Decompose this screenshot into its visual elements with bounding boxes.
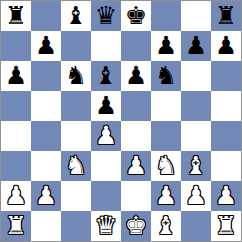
square-b8[interactable] xyxy=(31,1,61,31)
square-b2[interactable]: ♟ xyxy=(31,181,61,211)
square-f8[interactable] xyxy=(151,1,181,31)
square-e8[interactable]: ♚ xyxy=(121,1,151,31)
square-g1[interactable] xyxy=(181,211,211,241)
square-h5[interactable] xyxy=(211,91,241,121)
square-b7[interactable]: ♟ xyxy=(31,31,61,61)
square-d6[interactable]: ♝ xyxy=(91,61,121,91)
square-a7[interactable] xyxy=(1,31,31,61)
white-knight-f3: ♞ xyxy=(155,151,177,181)
square-a1[interactable]: ♜ xyxy=(1,211,31,241)
square-b4[interactable] xyxy=(31,121,61,151)
square-f4[interactable] xyxy=(151,121,181,151)
square-h8[interactable]: ♜ xyxy=(211,1,241,31)
black-bishop-c8: ♝ xyxy=(65,1,87,31)
black-knight-c6: ♞ xyxy=(65,61,87,91)
square-f1[interactable]: ♝ xyxy=(151,211,181,241)
black-pawn-b7: ♟ xyxy=(35,31,57,61)
square-d7[interactable] xyxy=(91,31,121,61)
black-pawn-g7: ♟ xyxy=(185,31,207,61)
square-f7[interactable]: ♟ xyxy=(151,31,181,61)
square-c1[interactable] xyxy=(61,211,91,241)
square-h3[interactable] xyxy=(211,151,241,181)
white-pawn-g2: ♟ xyxy=(185,181,207,211)
square-d3[interactable] xyxy=(91,151,121,181)
square-c7[interactable] xyxy=(61,31,91,61)
white-bishop-f1: ♝ xyxy=(155,211,177,241)
black-rook-h8: ♜ xyxy=(215,1,237,31)
white-rook-h1: ♜ xyxy=(215,211,237,241)
white-pawn-h2: ♟ xyxy=(215,181,237,211)
square-b5[interactable] xyxy=(31,91,61,121)
square-a5[interactable] xyxy=(1,91,31,121)
square-h6[interactable] xyxy=(211,61,241,91)
square-d8[interactable]: ♛ xyxy=(91,1,121,31)
square-e3[interactable]: ♟ xyxy=(121,151,151,181)
white-bishop-g3: ♝ xyxy=(185,151,207,181)
black-pawn-d5: ♟ xyxy=(95,91,117,121)
square-e2[interactable] xyxy=(121,181,151,211)
square-g6[interactable] xyxy=(181,61,211,91)
square-g3[interactable]: ♝ xyxy=(181,151,211,181)
black-king-e8: ♚ xyxy=(125,1,147,31)
white-pawn-d4: ♟ xyxy=(95,121,117,151)
square-b1[interactable] xyxy=(31,211,61,241)
black-bishop-d6: ♝ xyxy=(95,61,117,91)
black-pawn-h7: ♟ xyxy=(215,31,237,61)
square-c8[interactable]: ♝ xyxy=(61,1,91,31)
square-f6[interactable]: ♞ xyxy=(151,61,181,91)
square-e6[interactable]: ♟ xyxy=(121,61,151,91)
square-e7[interactable] xyxy=(121,31,151,61)
square-d1[interactable]: ♛ xyxy=(91,211,121,241)
square-a3[interactable] xyxy=(1,151,31,181)
square-c6[interactable]: ♞ xyxy=(61,61,91,91)
white-knight-c3: ♞ xyxy=(65,151,87,181)
square-b3[interactable] xyxy=(31,151,61,181)
square-h2[interactable]: ♟ xyxy=(211,181,241,211)
square-c5[interactable] xyxy=(61,91,91,121)
white-king-e1: ♚ xyxy=(125,211,147,241)
square-g8[interactable] xyxy=(181,1,211,31)
square-h7[interactable]: ♟ xyxy=(211,31,241,61)
square-d2[interactable] xyxy=(91,181,121,211)
white-pawn-a2: ♟ xyxy=(5,181,27,211)
square-c3[interactable]: ♞ xyxy=(61,151,91,181)
white-pawn-f2: ♟ xyxy=(155,181,177,211)
square-f2[interactable]: ♟ xyxy=(151,181,181,211)
square-e4[interactable] xyxy=(121,121,151,151)
square-e5[interactable] xyxy=(121,91,151,121)
square-a4[interactable] xyxy=(1,121,31,151)
square-g2[interactable]: ♟ xyxy=(181,181,211,211)
black-pawn-e6: ♟ xyxy=(125,61,147,91)
square-f5[interactable] xyxy=(151,91,181,121)
chess-board: ♜♝♛♚♜♟♟♟♟♟♞♝♟♞♟♟♞♟♞♝♟♟♟♟♟♜♛♚♝♜ xyxy=(0,0,242,242)
square-d5[interactable]: ♟ xyxy=(91,91,121,121)
square-d4[interactable]: ♟ xyxy=(91,121,121,151)
square-b6[interactable] xyxy=(31,61,61,91)
black-queen-d8: ♛ xyxy=(95,1,117,31)
white-pawn-b2: ♟ xyxy=(35,181,57,211)
black-pawn-a6: ♟ xyxy=(5,61,27,91)
white-queen-d1: ♛ xyxy=(95,211,117,241)
square-g5[interactable] xyxy=(181,91,211,121)
white-pawn-e3: ♟ xyxy=(125,151,147,181)
square-h1[interactable]: ♜ xyxy=(211,211,241,241)
square-h4[interactable] xyxy=(211,121,241,151)
square-g7[interactable]: ♟ xyxy=(181,31,211,61)
white-rook-a1: ♜ xyxy=(5,211,27,241)
square-g4[interactable] xyxy=(181,121,211,151)
square-f3[interactable]: ♞ xyxy=(151,151,181,181)
square-a6[interactable]: ♟ xyxy=(1,61,31,91)
black-knight-f6: ♞ xyxy=(155,61,177,91)
square-c4[interactable] xyxy=(61,121,91,151)
black-rook-a8: ♜ xyxy=(5,1,27,31)
square-a8[interactable]: ♜ xyxy=(1,1,31,31)
square-c2[interactable] xyxy=(61,181,91,211)
black-pawn-f7: ♟ xyxy=(155,31,177,61)
square-a2[interactable]: ♟ xyxy=(1,181,31,211)
square-e1[interactable]: ♚ xyxy=(121,211,151,241)
